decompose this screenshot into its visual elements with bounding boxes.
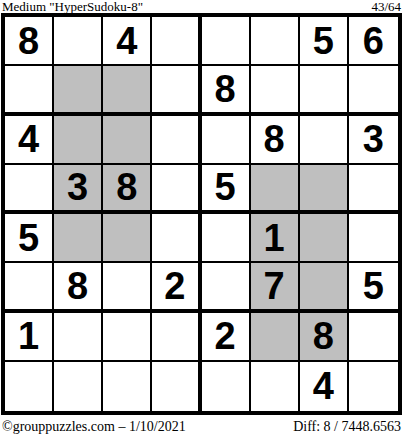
- cell-r1c2-empty[interactable]: [54, 17, 103, 66]
- cell-r4c6-empty[interactable]: [251, 165, 300, 214]
- cell-r8c1-empty[interactable]: [5, 362, 54, 411]
- cell-r3c3-empty[interactable]: [103, 116, 152, 165]
- cell-r5c4-empty[interactable]: [152, 214, 201, 263]
- cell-r6c1-empty[interactable]: [5, 263, 54, 312]
- cell-r5c1-given: 5: [5, 214, 54, 263]
- cell-r8c2-empty[interactable]: [54, 362, 103, 411]
- cell-r4c8-empty[interactable]: [349, 165, 398, 214]
- cell-r6c5-empty[interactable]: [202, 263, 251, 312]
- puzzle-title: Medium "HyperSudoku-8": [2, 0, 143, 13]
- cell-r2c6-empty[interactable]: [251, 66, 300, 115]
- cell-r6c6-given: 7: [251, 263, 300, 312]
- cell-r2c3-empty[interactable]: [103, 66, 152, 115]
- cell-r6c2-given: 8: [54, 263, 103, 312]
- cell-r2c7-empty[interactable]: [300, 66, 349, 115]
- cell-r7c7-given: 8: [300, 313, 349, 362]
- cell-r4c1-empty[interactable]: [5, 165, 54, 214]
- cell-r4c4-empty[interactable]: [152, 165, 201, 214]
- cell-r6c4-given: 2: [152, 263, 201, 312]
- cell-r5c8-empty[interactable]: [349, 214, 398, 263]
- cell-r7c5-given: 2: [202, 313, 251, 362]
- cell-r3c4-empty[interactable]: [152, 116, 201, 165]
- cell-r1c6-empty[interactable]: [251, 17, 300, 66]
- cell-r1c7-given: 5: [300, 17, 349, 66]
- cell-r1c4-empty[interactable]: [152, 17, 201, 66]
- cell-r8c8-empty[interactable]: [349, 362, 398, 411]
- cell-r5c6-given: 1: [251, 214, 300, 263]
- cell-r3c5-empty[interactable]: [202, 116, 251, 165]
- footer: ©grouppuzzles.com – 1/10/2021 Diff: 8 / …: [0, 415, 403, 437]
- cell-r7c6-empty[interactable]: [251, 313, 300, 362]
- cell-r1c3-given: 4: [103, 17, 152, 66]
- cell-r8c5-empty[interactable]: [202, 362, 251, 411]
- cell-r3c6-given: 8: [251, 116, 300, 165]
- cell-r3c1-given: 4: [5, 116, 54, 165]
- cell-r1c1-given: 8: [5, 17, 54, 66]
- cell-r3c7-empty[interactable]: [300, 116, 349, 165]
- cell-r5c3-empty[interactable]: [103, 214, 152, 263]
- cell-r4c5-given: 5: [202, 165, 251, 214]
- cell-r8c4-empty[interactable]: [152, 362, 201, 411]
- puzzle-page: Medium "HyperSudoku-8" 43/64 84568483385…: [0, 0, 403, 437]
- cell-r1c5-empty[interactable]: [202, 17, 251, 66]
- cell-r6c3-empty[interactable]: [103, 263, 152, 312]
- cell-r6c7-empty[interactable]: [300, 263, 349, 312]
- cell-r4c7-empty[interactable]: [300, 165, 349, 214]
- cell-r4c2-given: 3: [54, 165, 103, 214]
- cell-r3c8-given: 3: [349, 116, 398, 165]
- cell-r2c8-empty[interactable]: [349, 66, 398, 115]
- cell-r2c1-empty[interactable]: [5, 66, 54, 115]
- difficulty-text: Diff: 8 / 7448.6563: [293, 420, 401, 434]
- cell-r7c2-empty[interactable]: [54, 313, 103, 362]
- cell-r7c1-given: 1: [5, 313, 54, 362]
- sudoku-board: 845684833855182751284: [1, 13, 402, 415]
- cell-r8c3-empty[interactable]: [103, 362, 152, 411]
- cell-r7c3-empty[interactable]: [103, 313, 152, 362]
- cell-r2c2-empty[interactable]: [54, 66, 103, 115]
- cell-r2c5-given: 8: [202, 66, 251, 115]
- copyright-text: ©grouppuzzles.com – 1/10/2021: [2, 420, 186, 434]
- cell-r7c8-empty[interactable]: [349, 313, 398, 362]
- cell-r8c6-empty[interactable]: [251, 362, 300, 411]
- cell-r5c7-empty[interactable]: [300, 214, 349, 263]
- cell-r7c4-empty[interactable]: [152, 313, 201, 362]
- cell-r8c7-given: 4: [300, 362, 349, 411]
- cells-remaining-counter: 43/64: [371, 0, 401, 13]
- cell-r5c2-empty[interactable]: [54, 214, 103, 263]
- header: Medium "HyperSudoku-8" 43/64: [0, 0, 403, 13]
- cell-r5c5-empty[interactable]: [202, 214, 251, 263]
- cell-r4c3-given: 8: [103, 165, 152, 214]
- cell-r6c8-given: 5: [349, 263, 398, 312]
- cell-r2c4-empty[interactable]: [152, 66, 201, 115]
- cell-r1c8-given: 6: [349, 17, 398, 66]
- cell-r3c2-empty[interactable]: [54, 116, 103, 165]
